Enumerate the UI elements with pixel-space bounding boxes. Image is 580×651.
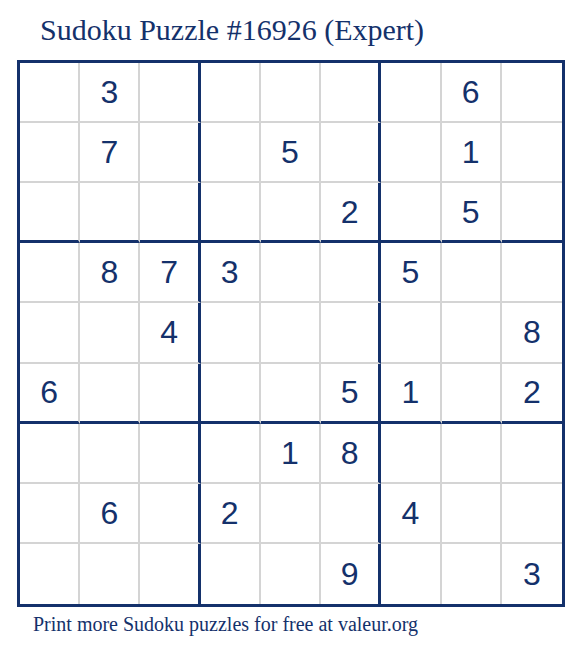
cell-r9c3[interactable]	[140, 544, 200, 604]
cell-r5c2[interactable]	[80, 303, 140, 363]
cell-r2c7[interactable]	[381, 123, 441, 183]
cell-r3c8[interactable]: 5	[442, 183, 502, 243]
cell-r3c9[interactable]	[502, 183, 562, 243]
cell-r6c4[interactable]	[201, 364, 261, 424]
cell-r9c4[interactable]	[201, 544, 261, 604]
cell-r7c2[interactable]	[80, 424, 140, 484]
cell-r5c4[interactable]	[201, 303, 261, 363]
cell-r3c4[interactable]	[201, 183, 261, 243]
cell-r2c9[interactable]	[502, 123, 562, 183]
cell-r1c4[interactable]	[201, 63, 261, 123]
cell-r2c1[interactable]	[20, 123, 80, 183]
cell-r9c6[interactable]: 9	[321, 544, 381, 604]
cell-r1c3[interactable]	[140, 63, 200, 123]
cell-r4c8[interactable]	[442, 243, 502, 303]
cell-r7c6[interactable]: 8	[321, 424, 381, 484]
cell-r9c5[interactable]	[261, 544, 321, 604]
cell-r6c3[interactable]	[140, 364, 200, 424]
cell-r4c9[interactable]	[502, 243, 562, 303]
cell-r8c1[interactable]	[20, 484, 80, 544]
cell-r2c4[interactable]	[201, 123, 261, 183]
cell-r3c6[interactable]: 2	[321, 183, 381, 243]
cell-r1c7[interactable]	[381, 63, 441, 123]
cell-r7c8[interactable]	[442, 424, 502, 484]
cell-r7c9[interactable]	[502, 424, 562, 484]
sudoku-board: 367512587354865121862493	[17, 60, 565, 607]
cell-r9c7[interactable]	[381, 544, 441, 604]
cell-r6c8[interactable]	[442, 364, 502, 424]
cell-r1c1[interactable]	[20, 63, 80, 123]
cell-r6c5[interactable]	[261, 364, 321, 424]
cell-r8c5[interactable]	[261, 484, 321, 544]
cell-r6c2[interactable]	[80, 364, 140, 424]
cell-r6c6[interactable]: 5	[321, 364, 381, 424]
cell-r7c3[interactable]	[140, 424, 200, 484]
cell-r5c1[interactable]	[20, 303, 80, 363]
footer-text: Print more Sudoku puzzles for free at va…	[33, 611, 418, 637]
cell-r9c2[interactable]	[80, 544, 140, 604]
cell-r5c3[interactable]: 4	[140, 303, 200, 363]
cell-r5c5[interactable]	[261, 303, 321, 363]
cell-r2c2[interactable]: 7	[80, 123, 140, 183]
cell-r4c1[interactable]	[20, 243, 80, 303]
cell-r3c1[interactable]	[20, 183, 80, 243]
cell-r6c9[interactable]: 2	[502, 364, 562, 424]
cell-r2c3[interactable]	[140, 123, 200, 183]
cell-r9c1[interactable]	[20, 544, 80, 604]
cell-r8c3[interactable]	[140, 484, 200, 544]
cell-r7c1[interactable]	[20, 424, 80, 484]
cell-r1c5[interactable]	[261, 63, 321, 123]
cell-r5c9[interactable]: 8	[502, 303, 562, 363]
cell-r8c6[interactable]	[321, 484, 381, 544]
cell-r2c8[interactable]: 1	[442, 123, 502, 183]
cell-r8c8[interactable]	[442, 484, 502, 544]
cell-r4c4[interactable]: 3	[201, 243, 261, 303]
cell-r8c9[interactable]	[502, 484, 562, 544]
page-title: Sudoku Puzzle #16926 (Expert)	[40, 11, 424, 49]
cell-r3c7[interactable]	[381, 183, 441, 243]
cell-r4c2[interactable]: 8	[80, 243, 140, 303]
cell-r4c5[interactable]	[261, 243, 321, 303]
cell-r2c5[interactable]: 5	[261, 123, 321, 183]
cell-r7c4[interactable]	[201, 424, 261, 484]
cell-r2c6[interactable]	[321, 123, 381, 183]
cell-r3c3[interactable]	[140, 183, 200, 243]
cell-r1c8[interactable]: 6	[442, 63, 502, 123]
cell-r8c4[interactable]: 2	[201, 484, 261, 544]
cell-r9c9[interactable]: 3	[502, 544, 562, 604]
cell-r1c9[interactable]	[502, 63, 562, 123]
cell-r8c7[interactable]: 4	[381, 484, 441, 544]
cell-r4c3[interactable]: 7	[140, 243, 200, 303]
cell-r1c6[interactable]	[321, 63, 381, 123]
cell-r3c5[interactable]	[261, 183, 321, 243]
cell-r1c2[interactable]: 3	[80, 63, 140, 123]
cell-r8c2[interactable]: 6	[80, 484, 140, 544]
cell-r5c8[interactable]	[442, 303, 502, 363]
cell-r6c1[interactable]: 6	[20, 364, 80, 424]
cell-r6c7[interactable]: 1	[381, 364, 441, 424]
cell-r4c6[interactable]	[321, 243, 381, 303]
cell-r9c8[interactable]	[442, 544, 502, 604]
cell-r5c7[interactable]	[381, 303, 441, 363]
cell-r3c2[interactable]	[80, 183, 140, 243]
cell-r5c6[interactable]	[321, 303, 381, 363]
cell-r7c5[interactable]: 1	[261, 424, 321, 484]
sudoku-page: Sudoku Puzzle #16926 (Expert) 3675125873…	[0, 0, 580, 651]
cell-r7c7[interactable]	[381, 424, 441, 484]
cell-r4c7[interactable]: 5	[381, 243, 441, 303]
